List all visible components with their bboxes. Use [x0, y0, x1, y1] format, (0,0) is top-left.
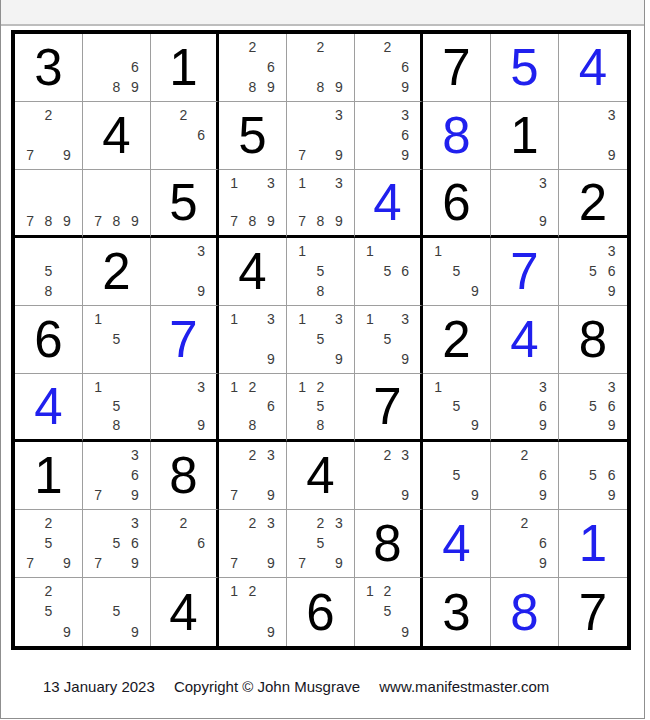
candidate-3: 3: [534, 377, 552, 396]
cell-r3c3[interactable]: 5: [151, 170, 219, 238]
cell-r2c2[interactable]: 4: [83, 102, 151, 170]
candidate-9: 9: [602, 145, 621, 165]
page: 3689126892892697542794265379369813978978…: [0, 0, 645, 719]
cell-r9c6[interactable]: 1259: [355, 578, 423, 646]
cell-r5c6[interactable]: 1359: [355, 306, 423, 374]
cell-r2c3[interactable]: 26: [151, 102, 219, 170]
given-digit: 6: [15, 306, 82, 373]
candidate-6: 6: [192, 533, 210, 553]
footer-copyright: Copyright © John Musgrave: [174, 678, 360, 695]
cell-r1c4[interactable]: 2689: [219, 34, 287, 102]
cell-r6c3[interactable]: 39: [151, 374, 219, 442]
cell-r6c2[interactable]: 158: [83, 374, 151, 442]
candidate-3: 3: [534, 173, 552, 192]
cell-r8c7[interactable]: 4: [423, 510, 491, 578]
candidate-9: 9: [262, 212, 280, 231]
cell-r4c9[interactable]: 3569: [559, 238, 627, 306]
pencil-marks: 3679: [83, 442, 150, 509]
given-digit: 3: [423, 578, 490, 646]
candidate-5: 5: [39, 601, 57, 621]
candidate-1: 1: [361, 241, 379, 261]
cell-r7c5[interactable]: 4: [287, 442, 355, 510]
candidate-6: 6: [534, 465, 552, 485]
candidate-2: 2: [379, 445, 397, 465]
cell-r5c3[interactable]: 7: [151, 306, 219, 374]
solved-digit: 7: [151, 306, 216, 373]
pencil-marks: 1268: [219, 374, 286, 439]
candidate-2: 2: [243, 37, 261, 57]
candidate-7: 7: [293, 553, 311, 573]
candidate-9: 9: [58, 622, 76, 642]
candidate-6: 6: [534, 396, 552, 415]
pencil-marks: 59: [423, 442, 490, 509]
cell-r2c4[interactable]: 5: [219, 102, 287, 170]
cell-r4c7[interactable]: 159: [423, 238, 491, 306]
candidate-7: 7: [293, 212, 311, 231]
pencil-marks: 269: [491, 442, 558, 509]
candidate-6: 6: [262, 396, 280, 415]
pencil-marks: 139: [219, 306, 286, 373]
cell-r7c2[interactable]: 3679: [83, 442, 151, 510]
given-digit: 2: [559, 170, 627, 235]
candidate-5: 5: [107, 329, 125, 349]
solved-digit: 8: [491, 578, 558, 646]
cell-r8c9[interactable]: 1: [559, 510, 627, 578]
candidate-2: 2: [379, 581, 397, 601]
candidate-5: 5: [107, 601, 125, 621]
candidate-9: 9: [396, 485, 414, 505]
cell-r9c7[interactable]: 3: [423, 578, 491, 646]
candidate-5: 5: [39, 533, 57, 553]
given-digit: 1: [491, 102, 558, 169]
cell-r8c1[interactable]: 2579: [15, 510, 83, 578]
candidate-7: 7: [293, 145, 311, 165]
candidate-3: 3: [330, 105, 348, 125]
candidate-3: 3: [262, 513, 280, 533]
candidate-8: 8: [39, 212, 57, 231]
candidate-8: 8: [243, 212, 261, 231]
candidate-7: 7: [21, 553, 39, 573]
candidate-3: 3: [602, 241, 621, 261]
cell-r6c6[interactable]: 7: [355, 374, 423, 442]
candidate-7: 7: [89, 485, 107, 505]
cell-r8c5[interactable]: 23579: [287, 510, 355, 578]
candidate-9: 9: [262, 77, 280, 97]
given-digit: 4: [287, 442, 354, 509]
candidate-6: 6: [534, 533, 552, 553]
cell-r4c6[interactable]: 156: [355, 238, 423, 306]
candidate-1: 1: [225, 377, 243, 396]
candidate-2: 2: [39, 513, 57, 533]
candidate-3: 3: [262, 445, 280, 465]
candidate-9: 9: [466, 485, 484, 505]
pencil-marks: 59: [83, 578, 150, 646]
cell-r2c1[interactable]: 279: [15, 102, 83, 170]
cell-r4c3[interactable]: 39: [151, 238, 219, 306]
cell-r4c8[interactable]: 7: [491, 238, 559, 306]
candidate-8: 8: [311, 77, 329, 97]
candidate-5: 5: [584, 396, 603, 415]
pencil-marks: 269: [355, 34, 420, 101]
cell-r6c4[interactable]: 1268: [219, 374, 287, 442]
cell-r3c2[interactable]: 789: [83, 170, 151, 238]
candidate-5: 5: [379, 329, 397, 349]
candidate-2: 2: [311, 513, 329, 533]
cell-r9c3[interactable]: 4: [151, 578, 219, 646]
candidate-1: 1: [225, 173, 243, 192]
pencil-marks: 159: [423, 374, 490, 439]
candidate-3: 3: [330, 513, 348, 533]
candidate-9: 9: [534, 485, 552, 505]
sudoku-board: 3689126892892697542794265379369813978978…: [11, 30, 631, 650]
solved-digit: 5: [491, 34, 558, 101]
candidate-6: 6: [126, 533, 144, 553]
candidate-1: 1: [361, 581, 379, 601]
candidate-5: 5: [311, 261, 329, 281]
candidate-9: 9: [262, 485, 280, 505]
candidate-1: 1: [225, 581, 243, 601]
candidate-2: 2: [515, 445, 533, 465]
candidate-1: 1: [293, 241, 311, 261]
pencil-marks: 26: [151, 510, 216, 577]
pencil-marks: 369: [491, 374, 558, 439]
candidate-8: 8: [311, 416, 329, 435]
cell-r1c8[interactable]: 5: [491, 34, 559, 102]
candidate-6: 6: [192, 125, 210, 145]
cell-r2c9[interactable]: 39: [559, 102, 627, 170]
cell-r2c5[interactable]: 379: [287, 102, 355, 170]
solved-digit: 4: [491, 306, 558, 373]
candidate-1: 1: [293, 173, 311, 192]
candidate-8: 8: [39, 281, 57, 301]
pencil-marks: 156: [355, 238, 420, 305]
candidate-1: 1: [89, 377, 107, 396]
cell-r1c9[interactable]: 4: [559, 34, 627, 102]
pencil-marks: 39: [559, 102, 627, 169]
cell-r4c4[interactable]: 4: [219, 238, 287, 306]
candidate-1: 1: [293, 377, 311, 396]
cell-r3c8[interactable]: 39: [491, 170, 559, 238]
cell-r3c7[interactable]: 6: [423, 170, 491, 238]
cell-r3c4[interactable]: 13789: [219, 170, 287, 238]
candidate-9: 9: [396, 622, 414, 642]
candidate-7: 7: [89, 553, 107, 573]
cell-r8c3[interactable]: 26: [151, 510, 219, 578]
cell-r5c4[interactable]: 139: [219, 306, 287, 374]
candidate-5: 5: [447, 261, 465, 281]
cell-r9c5[interactable]: 6: [287, 578, 355, 646]
candidate-9: 9: [192, 281, 210, 301]
candidate-8: 8: [107, 212, 125, 231]
candidate-9: 9: [262, 553, 280, 573]
cell-r4c5[interactable]: 158: [287, 238, 355, 306]
solved-digit: 1: [559, 510, 627, 577]
pencil-marks: 369: [355, 102, 420, 169]
candidate-9: 9: [396, 349, 414, 369]
pencil-marks: 2689: [219, 34, 286, 101]
candidate-7: 7: [21, 212, 39, 231]
footer-date: 13 January 2023: [43, 678, 155, 695]
candidate-9: 9: [466, 281, 484, 301]
given-digit: 1: [151, 34, 216, 101]
candidate-3: 3: [262, 173, 280, 192]
candidate-9: 9: [330, 349, 348, 369]
candidate-2: 2: [243, 377, 261, 396]
pencil-marks: 158: [287, 238, 354, 305]
pencil-marks: 15: [83, 306, 150, 373]
candidate-9: 9: [262, 622, 280, 642]
cell-r5c9[interactable]: 8: [559, 306, 627, 374]
candidate-3: 3: [396, 445, 414, 465]
candidate-7: 7: [21, 145, 39, 165]
cell-r1c6[interactable]: 269: [355, 34, 423, 102]
candidate-8: 8: [311, 281, 329, 301]
candidate-8: 8: [311, 212, 329, 231]
cell-r3c1[interactable]: 789: [15, 170, 83, 238]
cell-r9c9[interactable]: 7: [559, 578, 627, 646]
candidate-5: 5: [39, 261, 57, 281]
cell-r8c8[interactable]: 269: [491, 510, 559, 578]
candidate-2: 2: [39, 105, 57, 125]
candidate-9: 9: [330, 553, 348, 573]
candidate-7: 7: [225, 212, 243, 231]
candidate-5: 5: [311, 329, 329, 349]
candidate-2: 2: [39, 581, 57, 601]
cell-r6c9[interactable]: 3569: [559, 374, 627, 442]
candidate-5: 5: [447, 465, 465, 485]
solved-digit: 4: [423, 510, 490, 577]
candidate-9: 9: [330, 212, 348, 231]
candidate-7: 7: [225, 553, 243, 573]
candidate-2: 2: [311, 377, 329, 396]
given-digit: 6: [287, 578, 354, 646]
cell-r5c7[interactable]: 2: [423, 306, 491, 374]
footer-website[interactable]: www.manifestmaster.com: [379, 678, 549, 695]
pencil-marks: 569: [559, 442, 627, 509]
pencil-marks: 239: [355, 442, 420, 509]
pencil-marks: 39: [151, 238, 216, 305]
candidate-9: 9: [58, 212, 76, 231]
candidate-3: 3: [396, 309, 414, 329]
candidate-9: 9: [330, 77, 348, 97]
given-digit: 8: [355, 510, 420, 577]
given-digit: 1: [15, 442, 82, 509]
candidate-3: 3: [262, 309, 280, 329]
cell-r8c6[interactable]: 8: [355, 510, 423, 578]
cell-r2c8[interactable]: 1: [491, 102, 559, 170]
candidate-3: 3: [330, 173, 348, 192]
pencil-marks: 26: [151, 102, 216, 169]
cell-r7c6[interactable]: 239: [355, 442, 423, 510]
candidate-2: 2: [379, 37, 397, 57]
given-digit: 3: [15, 34, 82, 101]
candidate-6: 6: [602, 465, 621, 485]
pencil-marks: 3569: [559, 374, 627, 439]
candidate-9: 9: [126, 485, 144, 505]
solved-digit: 4: [559, 34, 627, 101]
candidate-6: 6: [602, 396, 621, 415]
candidate-9: 9: [602, 281, 621, 301]
cell-r6c1[interactable]: 4: [15, 374, 83, 442]
candidate-6: 6: [602, 261, 621, 281]
cell-r7c3[interactable]: 8: [151, 442, 219, 510]
pencil-marks: 39: [491, 170, 558, 235]
candidate-5: 5: [311, 396, 329, 415]
solved-digit: 4: [355, 170, 420, 235]
candidate-9: 9: [330, 145, 348, 165]
given-digit: 4: [83, 102, 150, 169]
pencil-marks: 159: [423, 238, 490, 305]
candidate-6: 6: [126, 57, 144, 77]
candidate-2: 2: [515, 513, 533, 533]
candidate-2: 2: [175, 105, 193, 125]
given-digit: 7: [423, 34, 490, 101]
cell-r9c8[interactable]: 8: [491, 578, 559, 646]
cell-r1c3[interactable]: 1: [151, 34, 219, 102]
cell-r1c5[interactable]: 289: [287, 34, 355, 102]
candidate-5: 5: [379, 261, 397, 281]
pencil-marks: 259: [15, 578, 82, 646]
cell-r5c8[interactable]: 4: [491, 306, 559, 374]
candidate-5: 5: [107, 533, 125, 553]
candidate-9: 9: [126, 212, 144, 231]
cell-r6c7[interactable]: 159: [423, 374, 491, 442]
pencil-marks: 789: [15, 170, 82, 235]
pencil-marks: 279: [15, 102, 82, 169]
cell-r2c6[interactable]: 369: [355, 102, 423, 170]
given-digit: 5: [219, 102, 286, 169]
cell-r8c4[interactable]: 2379: [219, 510, 287, 578]
candidate-3: 3: [602, 105, 621, 125]
pencil-marks: 58: [15, 238, 82, 305]
cell-r7c4[interactable]: 2379: [219, 442, 287, 510]
given-digit: 7: [559, 578, 627, 646]
pencil-marks: 3569: [559, 238, 627, 305]
pencil-marks: 1258: [287, 374, 354, 439]
pencil-marks: 35679: [83, 510, 150, 577]
solved-digit: 8: [423, 102, 490, 169]
candidate-8: 8: [107, 416, 125, 435]
cell-r4c1[interactable]: 58: [15, 238, 83, 306]
candidate-3: 3: [192, 241, 210, 261]
candidate-9: 9: [466, 416, 484, 435]
candidate-9: 9: [396, 145, 414, 165]
candidate-8: 8: [243, 77, 261, 97]
cell-r6c8[interactable]: 369: [491, 374, 559, 442]
footer: 13 January 2023 Copyright © John Musgrav…: [43, 678, 564, 695]
pencil-marks: 1359: [287, 306, 354, 373]
given-digit: 6: [423, 170, 490, 235]
candidate-9: 9: [534, 553, 552, 573]
cell-r7c8[interactable]: 269: [491, 442, 559, 510]
cell-r2c7[interactable]: 8: [423, 102, 491, 170]
header-bar: [1, 0, 644, 26]
candidate-6: 6: [396, 261, 414, 281]
cell-r8c2[interactable]: 35679: [83, 510, 151, 578]
cell-r3c6[interactable]: 4: [355, 170, 423, 238]
candidate-1: 1: [429, 377, 447, 396]
pencil-marks: 789: [83, 170, 150, 235]
candidate-9: 9: [262, 349, 280, 369]
pencil-marks: 2379: [219, 510, 286, 577]
candidate-1: 1: [225, 309, 243, 329]
candidate-5: 5: [379, 601, 397, 621]
pencil-marks: 129: [219, 578, 286, 646]
candidate-9: 9: [534, 212, 552, 231]
candidate-5: 5: [584, 261, 603, 281]
candidate-9: 9: [192, 416, 210, 435]
cell-r6c5[interactable]: 1258: [287, 374, 355, 442]
cell-r7c9[interactable]: 569: [559, 442, 627, 510]
pencil-marks: 2379: [219, 442, 286, 509]
candidate-9: 9: [58, 145, 76, 165]
cell-r4c2[interactable]: 2: [83, 238, 151, 306]
candidate-3: 3: [330, 309, 348, 329]
pencil-marks: 13789: [219, 170, 286, 235]
candidate-1: 1: [293, 309, 311, 329]
candidate-5: 5: [107, 396, 125, 415]
candidate-9: 9: [126, 553, 144, 573]
cell-r1c7[interactable]: 7: [423, 34, 491, 102]
candidate-6: 6: [396, 57, 414, 77]
candidate-3: 3: [192, 377, 210, 396]
pencil-marks: 2579: [15, 510, 82, 577]
candidate-8: 8: [243, 416, 261, 435]
cell-r1c1[interactable]: 3: [15, 34, 83, 102]
given-digit: 8: [151, 442, 216, 509]
candidate-2: 2: [243, 445, 261, 465]
solved-digit: 4: [15, 374, 82, 439]
cell-r1c2[interactable]: 689: [83, 34, 151, 102]
candidate-6: 6: [262, 57, 280, 77]
cell-r9c1[interactable]: 259: [15, 578, 83, 646]
candidate-5: 5: [447, 396, 465, 415]
candidate-6: 6: [396, 125, 414, 145]
cell-r7c7[interactable]: 59: [423, 442, 491, 510]
candidate-9: 9: [58, 553, 76, 573]
candidate-2: 2: [175, 513, 193, 533]
pencil-marks: 269: [491, 510, 558, 577]
cell-r5c2[interactable]: 15: [83, 306, 151, 374]
candidate-1: 1: [429, 241, 447, 261]
candidate-9: 9: [534, 416, 552, 435]
given-digit: 4: [151, 578, 216, 646]
cell-r3c9[interactable]: 2: [559, 170, 627, 238]
candidate-5: 5: [584, 465, 603, 485]
candidate-9: 9: [126, 622, 144, 642]
cell-r5c5[interactable]: 1359: [287, 306, 355, 374]
pencil-marks: 23579: [287, 510, 354, 577]
cell-r5c1[interactable]: 6: [15, 306, 83, 374]
cell-r9c2[interactable]: 59: [83, 578, 151, 646]
given-digit: 2: [423, 306, 490, 373]
candidate-9: 9: [126, 77, 144, 97]
pencil-marks: 689: [83, 34, 150, 101]
pencil-marks: 1259: [355, 578, 420, 646]
cell-r9c4[interactable]: 129: [219, 578, 287, 646]
candidate-1: 1: [89, 309, 107, 329]
candidate-3: 3: [396, 105, 414, 125]
given-digit: 5: [151, 170, 216, 235]
given-digit: 4: [219, 238, 286, 305]
cell-r3c5[interactable]: 13789: [287, 170, 355, 238]
candidate-3: 3: [602, 377, 621, 396]
candidate-3: 3: [126, 513, 144, 533]
candidate-2: 2: [311, 37, 329, 57]
cell-r7c1[interactable]: 1: [15, 442, 83, 510]
pencil-marks: 158: [83, 374, 150, 439]
solved-digit: 7: [491, 238, 558, 305]
